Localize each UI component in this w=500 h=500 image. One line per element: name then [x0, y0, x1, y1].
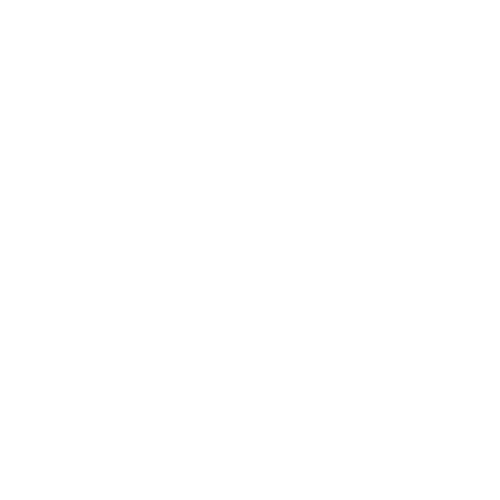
chess-set-product-photo — [0, 0, 500, 500]
chess-board-photo — [0, 0, 500, 500]
